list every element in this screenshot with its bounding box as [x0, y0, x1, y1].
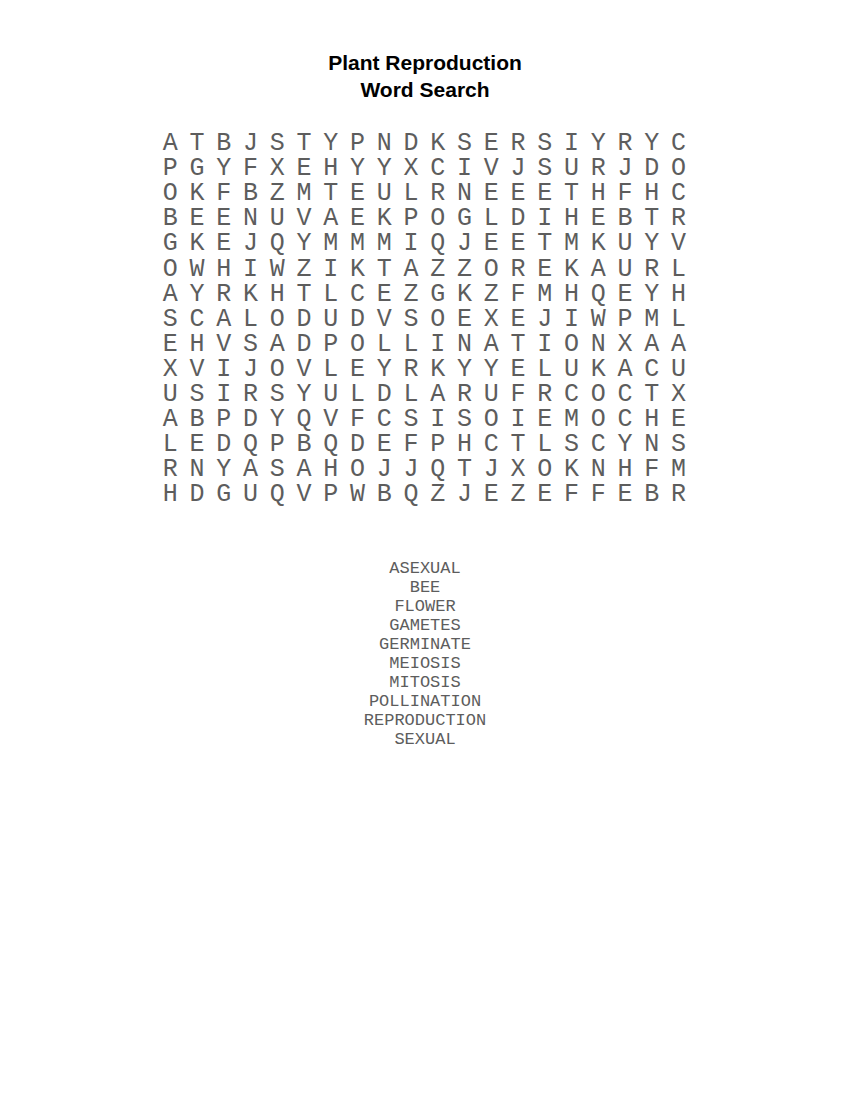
grid-cell[interactable]: X	[478, 307, 505, 332]
grid-cell[interactable]: R	[211, 282, 238, 307]
grid-cell[interactable]: P	[398, 206, 425, 231]
grid-cell[interactable]: U	[558, 357, 585, 382]
grid-cell[interactable]: X	[157, 357, 184, 382]
grid-cell[interactable]: I	[211, 382, 238, 407]
grid-cell[interactable]: O	[478, 256, 505, 281]
grid-cell[interactable]: J	[237, 231, 264, 256]
grid-cell[interactable]: F	[505, 282, 532, 307]
grid-cell[interactable]: F	[585, 482, 612, 507]
grid-cell[interactable]: O	[344, 332, 371, 357]
grid-cell[interactable]: T	[639, 206, 666, 231]
grid-cell[interactable]: R	[157, 457, 184, 482]
grid-cell[interactable]: K	[344, 256, 371, 281]
grid-cell[interactable]: E	[211, 231, 238, 256]
grid-cell[interactable]: E	[451, 307, 478, 332]
grid-cell[interactable]: W	[184, 256, 211, 281]
grid-cell[interactable]: I	[425, 332, 452, 357]
grid-cell[interactable]: V	[371, 307, 398, 332]
grid-cell[interactable]: A	[398, 256, 425, 281]
grid-cell[interactable]: T	[184, 131, 211, 156]
grid-cell[interactable]: W	[264, 256, 291, 281]
grid-cell[interactable]: V	[478, 156, 505, 181]
grid-cell[interactable]: A	[237, 457, 264, 482]
grid-cell[interactable]: Y	[344, 156, 371, 181]
grid-cell[interactable]: Y	[184, 282, 211, 307]
grid-cell[interactable]: L	[318, 357, 345, 382]
grid-cell[interactable]: R	[425, 181, 452, 206]
grid-cell[interactable]: E	[157, 332, 184, 357]
grid-cell[interactable]: S	[264, 131, 291, 156]
grid-cell[interactable]: A	[665, 332, 692, 357]
grid-cell[interactable]: K	[184, 181, 211, 206]
grid-cell[interactable]: R	[505, 256, 532, 281]
grid-cell[interactable]: I	[558, 307, 585, 332]
grid-cell[interactable]: O	[585, 407, 612, 432]
grid-cell[interactable]: L	[665, 307, 692, 332]
grid-cell[interactable]: C	[639, 357, 666, 382]
grid-cell[interactable]: Q	[264, 482, 291, 507]
grid-cell[interactable]: A	[157, 282, 184, 307]
grid-cell[interactable]: N	[585, 457, 612, 482]
grid-cell[interactable]: R	[532, 382, 559, 407]
grid-cell[interactable]: H	[211, 256, 238, 281]
grid-cell[interactable]: Y	[612, 432, 639, 457]
grid-cell[interactable]: X	[665, 382, 692, 407]
grid-cell[interactable]: M	[371, 231, 398, 256]
grid-cell[interactable]: T	[505, 332, 532, 357]
grid-cell[interactable]: K	[558, 457, 585, 482]
grid-cell[interactable]: Y	[639, 131, 666, 156]
grid-cell[interactable]: F	[344, 407, 371, 432]
grid-cell[interactable]: N	[184, 457, 211, 482]
grid-cell[interactable]: D	[371, 382, 398, 407]
grid-cell[interactable]: L	[371, 332, 398, 357]
grid-cell[interactable]: V	[184, 357, 211, 382]
grid-cell[interactable]: E	[211, 206, 238, 231]
grid-cell[interactable]: Y	[291, 231, 318, 256]
grid-cell[interactable]: I	[532, 332, 559, 357]
grid-cell[interactable]: A	[612, 357, 639, 382]
grid-cell[interactable]: U	[558, 156, 585, 181]
grid-cell[interactable]: H	[665, 282, 692, 307]
grid-cell[interactable]: H	[318, 457, 345, 482]
grid-cell[interactable]: P	[157, 156, 184, 181]
grid-cell[interactable]: L	[237, 307, 264, 332]
grid-cell[interactable]: V	[291, 482, 318, 507]
grid-cell[interactable]: D	[211, 432, 238, 457]
grid-cell[interactable]: H	[639, 181, 666, 206]
grid-cell[interactable]: Q	[398, 482, 425, 507]
grid-cell[interactable]: T	[532, 231, 559, 256]
grid-cell[interactable]: H	[558, 206, 585, 231]
grid-cell[interactable]: S	[184, 382, 211, 407]
grid-cell[interactable]: M	[344, 231, 371, 256]
grid-cell[interactable]: F	[237, 156, 264, 181]
grid-cell[interactable]: K	[237, 282, 264, 307]
grid-cell[interactable]: G	[211, 482, 238, 507]
grid-cell[interactable]: B	[157, 206, 184, 231]
grid-cell[interactable]: W	[585, 307, 612, 332]
grid-cell[interactable]: U	[264, 206, 291, 231]
grid-cell[interactable]: S	[398, 307, 425, 332]
grid-cell[interactable]: B	[612, 206, 639, 231]
grid-cell[interactable]: O	[157, 181, 184, 206]
grid-cell[interactable]: K	[451, 282, 478, 307]
grid-cell[interactable]: J	[532, 307, 559, 332]
grid-cell[interactable]: M	[665, 457, 692, 482]
grid-cell[interactable]: L	[478, 206, 505, 231]
grid-cell[interactable]: C	[425, 156, 452, 181]
grid-cell[interactable]: U	[665, 357, 692, 382]
grid-cell[interactable]: N	[451, 332, 478, 357]
grid-cell[interactable]: E	[291, 156, 318, 181]
grid-cell[interactable]: P	[344, 131, 371, 156]
grid-cell[interactable]: U	[157, 382, 184, 407]
grid-cell[interactable]: E	[344, 181, 371, 206]
grid-cell[interactable]: P	[318, 332, 345, 357]
grid-cell[interactable]: Y	[318, 131, 345, 156]
grid-cell[interactable]: Z	[451, 256, 478, 281]
grid-cell[interactable]: M	[318, 231, 345, 256]
grid-cell[interactable]: A	[291, 457, 318, 482]
grid-cell[interactable]: C	[585, 432, 612, 457]
grid-cell[interactable]: K	[184, 231, 211, 256]
grid-cell[interactable]: C	[665, 131, 692, 156]
grid-cell[interactable]: R	[665, 206, 692, 231]
grid-cell[interactable]: D	[184, 482, 211, 507]
grid-cell[interactable]: T	[371, 256, 398, 281]
grid-cell[interactable]: C	[612, 382, 639, 407]
grid-cell[interactable]: B	[639, 482, 666, 507]
grid-cell[interactable]: O	[585, 382, 612, 407]
grid-cell[interactable]: D	[344, 432, 371, 457]
grid-cell[interactable]: O	[425, 307, 452, 332]
grid-cell[interactable]: F	[612, 181, 639, 206]
grid-cell[interactable]: O	[344, 457, 371, 482]
grid-cell[interactable]: Q	[237, 432, 264, 457]
grid-cell[interactable]: Y	[371, 156, 398, 181]
grid-cell[interactable]: E	[184, 432, 211, 457]
grid-cell[interactable]: B	[211, 131, 238, 156]
grid-cell[interactable]: C	[478, 432, 505, 457]
grid-cell[interactable]: Z	[425, 256, 452, 281]
grid-cell[interactable]: H	[558, 282, 585, 307]
grid-cell[interactable]: E	[478, 131, 505, 156]
grid-cell[interactable]: R	[505, 131, 532, 156]
grid-cell[interactable]: U	[612, 256, 639, 281]
grid-cell[interactable]: O	[665, 156, 692, 181]
grid-cell[interactable]: D	[291, 332, 318, 357]
grid-cell[interactable]: L	[532, 432, 559, 457]
grid-cell[interactable]: R	[665, 482, 692, 507]
grid-cell[interactable]: E	[532, 181, 559, 206]
grid-cell[interactable]: J	[237, 131, 264, 156]
grid-cell[interactable]: Y	[585, 131, 612, 156]
grid-cell[interactable]: H	[318, 156, 345, 181]
grid-cell[interactable]: X	[505, 457, 532, 482]
grid-cell[interactable]: E	[665, 407, 692, 432]
grid-cell[interactable]: L	[398, 332, 425, 357]
grid-cell[interactable]: M	[291, 181, 318, 206]
grid-cell[interactable]: E	[371, 282, 398, 307]
grid-cell[interactable]: N	[237, 206, 264, 231]
grid-cell[interactable]: V	[291, 206, 318, 231]
grid-cell[interactable]: Y	[639, 231, 666, 256]
grid-cell[interactable]: Q	[264, 231, 291, 256]
grid-cell[interactable]: O	[425, 206, 452, 231]
grid-cell[interactable]: J	[398, 457, 425, 482]
grid-cell[interactable]: J	[451, 482, 478, 507]
grid-cell[interactable]: Y	[371, 357, 398, 382]
grid-cell[interactable]: H	[451, 432, 478, 457]
grid-cell[interactable]: S	[451, 407, 478, 432]
grid-cell[interactable]: I	[505, 407, 532, 432]
grid-cell[interactable]: H	[157, 482, 184, 507]
grid-cell[interactable]: T	[291, 282, 318, 307]
grid-cell[interactable]: P	[612, 307, 639, 332]
grid-cell[interactable]: E	[505, 231, 532, 256]
grid-cell[interactable]: S	[532, 156, 559, 181]
grid-cell[interactable]: N	[585, 332, 612, 357]
grid-cell[interactable]: D	[291, 307, 318, 332]
grid-cell[interactable]: M	[639, 307, 666, 332]
grid-cell[interactable]: J	[612, 156, 639, 181]
grid-cell[interactable]: T	[639, 382, 666, 407]
grid-cell[interactable]: T	[505, 432, 532, 457]
grid-cell[interactable]: G	[425, 282, 452, 307]
grid-cell[interactable]: V	[291, 357, 318, 382]
grid-cell[interactable]: Q	[585, 282, 612, 307]
grid-cell[interactable]: C	[665, 181, 692, 206]
grid-cell[interactable]: Y	[478, 357, 505, 382]
grid-cell[interactable]: Z	[291, 256, 318, 281]
grid-cell[interactable]: R	[639, 256, 666, 281]
grid-cell[interactable]: N	[451, 181, 478, 206]
grid-cell[interactable]: U	[371, 181, 398, 206]
grid-cell[interactable]: E	[612, 282, 639, 307]
grid-cell[interactable]: Z	[425, 482, 452, 507]
grid-cell[interactable]: V	[211, 332, 238, 357]
grid-cell[interactable]: S	[398, 407, 425, 432]
grid-cell[interactable]: Q	[318, 432, 345, 457]
grid-cell[interactable]: I	[211, 357, 238, 382]
grid-cell[interactable]: X	[612, 332, 639, 357]
grid-cell[interactable]: N	[371, 131, 398, 156]
grid-cell[interactable]: E	[505, 181, 532, 206]
grid-cell[interactable]: E	[505, 307, 532, 332]
grid-cell[interactable]: S	[451, 131, 478, 156]
grid-cell[interactable]: L	[318, 282, 345, 307]
grid-cell[interactable]: T	[558, 181, 585, 206]
grid-cell[interactable]: M	[532, 282, 559, 307]
grid-cell[interactable]: S	[532, 131, 559, 156]
grid-cell[interactable]: I	[398, 231, 425, 256]
grid-cell[interactable]: E	[585, 206, 612, 231]
grid-cell[interactable]: H	[184, 332, 211, 357]
grid-cell[interactable]: E	[612, 482, 639, 507]
grid-cell[interactable]: C	[558, 382, 585, 407]
grid-cell[interactable]: V	[665, 231, 692, 256]
grid-cell[interactable]: K	[371, 206, 398, 231]
grid-cell[interactable]: R	[398, 357, 425, 382]
grid-cell[interactable]: J	[478, 457, 505, 482]
grid-cell[interactable]: I	[318, 256, 345, 281]
grid-cell[interactable]: Y	[639, 282, 666, 307]
grid-cell[interactable]: Z	[478, 282, 505, 307]
grid-cell[interactable]: X	[398, 156, 425, 181]
grid-cell[interactable]: S	[237, 332, 264, 357]
grid-cell[interactable]: C	[344, 282, 371, 307]
grid-cell[interactable]: B	[371, 482, 398, 507]
grid-cell[interactable]: Y	[211, 457, 238, 482]
grid-cell[interactable]: D	[639, 156, 666, 181]
grid-cell[interactable]: Y	[291, 382, 318, 407]
grid-cell[interactable]: S	[264, 457, 291, 482]
grid-cell[interactable]: C	[371, 407, 398, 432]
grid-cell[interactable]: H	[639, 407, 666, 432]
grid-cell[interactable]: I	[558, 131, 585, 156]
grid-cell[interactable]: U	[237, 482, 264, 507]
grid-cell[interactable]: J	[371, 457, 398, 482]
grid-cell[interactable]: Q	[291, 407, 318, 432]
grid-cell[interactable]: U	[612, 231, 639, 256]
grid-cell[interactable]: R	[612, 131, 639, 156]
grid-cell[interactable]: O	[157, 256, 184, 281]
grid-cell[interactable]: N	[639, 432, 666, 457]
grid-cell[interactable]: J	[505, 156, 532, 181]
grid-cell[interactable]: H	[585, 181, 612, 206]
grid-cell[interactable]: E	[532, 256, 559, 281]
grid-cell[interactable]: B	[184, 407, 211, 432]
grid-cell[interactable]: O	[478, 407, 505, 432]
grid-cell[interactable]: I	[451, 156, 478, 181]
grid-cell[interactable]: U	[318, 382, 345, 407]
grid-cell[interactable]: R	[237, 382, 264, 407]
grid-cell[interactable]: K	[585, 357, 612, 382]
grid-cell[interactable]: E	[344, 357, 371, 382]
grid-cell[interactable]: J	[451, 231, 478, 256]
grid-cell[interactable]: O	[532, 457, 559, 482]
grid-cell[interactable]: J	[237, 357, 264, 382]
grid-cell[interactable]: D	[398, 131, 425, 156]
grid-cell[interactable]: F	[211, 181, 238, 206]
grid-cell[interactable]: A	[585, 256, 612, 281]
grid-cell[interactable]: P	[318, 482, 345, 507]
grid-cell[interactable]: I	[237, 256, 264, 281]
grid-cell[interactable]: G	[451, 206, 478, 231]
grid-cell[interactable]: H	[264, 282, 291, 307]
grid-cell[interactable]: L	[344, 382, 371, 407]
grid-cell[interactable]: O	[264, 357, 291, 382]
grid-cell[interactable]: Y	[451, 357, 478, 382]
grid-cell[interactable]: E	[532, 482, 559, 507]
grid-cell[interactable]: L	[157, 432, 184, 457]
grid-cell[interactable]: E	[478, 482, 505, 507]
grid-cell[interactable]: A	[478, 332, 505, 357]
grid-cell[interactable]: G	[184, 156, 211, 181]
grid-cell[interactable]: L	[398, 181, 425, 206]
grid-cell[interactable]: Q	[425, 231, 452, 256]
grid-cell[interactable]: A	[425, 382, 452, 407]
grid-cell[interactable]: P	[264, 432, 291, 457]
grid-cell[interactable]: C	[612, 407, 639, 432]
grid-cell[interactable]: Y	[211, 156, 238, 181]
grid-cell[interactable]: E	[371, 432, 398, 457]
grid-cell[interactable]: O	[558, 332, 585, 357]
grid-cell[interactable]: E	[478, 181, 505, 206]
grid-cell[interactable]: B	[237, 181, 264, 206]
grid-cell[interactable]: R	[585, 156, 612, 181]
grid-cell[interactable]: G	[157, 231, 184, 256]
grid-cell[interactable]: A	[639, 332, 666, 357]
grid-cell[interactable]: I	[425, 407, 452, 432]
grid-cell[interactable]: A	[157, 407, 184, 432]
grid-cell[interactable]: F	[505, 382, 532, 407]
grid-cell[interactable]: D	[344, 307, 371, 332]
grid-cell[interactable]: D	[237, 407, 264, 432]
grid-cell[interactable]: P	[425, 432, 452, 457]
grid-cell[interactable]: V	[318, 407, 345, 432]
grid-cell[interactable]: D	[505, 206, 532, 231]
grid-cell[interactable]: C	[184, 307, 211, 332]
grid-cell[interactable]: S	[665, 432, 692, 457]
grid-cell[interactable]: K	[425, 357, 452, 382]
grid-cell[interactable]: B	[291, 432, 318, 457]
grid-cell[interactable]: M	[558, 407, 585, 432]
grid-cell[interactable]: Y	[264, 407, 291, 432]
grid-cell[interactable]: A	[264, 332, 291, 357]
grid-cell[interactable]: Z	[505, 482, 532, 507]
grid-cell[interactable]: S	[157, 307, 184, 332]
grid-cell[interactable]: E	[344, 206, 371, 231]
grid-cell[interactable]: L	[532, 357, 559, 382]
grid-cell[interactable]: K	[425, 131, 452, 156]
grid-cell[interactable]: K	[585, 231, 612, 256]
grid-cell[interactable]: S	[264, 382, 291, 407]
grid-cell[interactable]: O	[264, 307, 291, 332]
grid-cell[interactable]: Z	[398, 282, 425, 307]
grid-cell[interactable]: F	[558, 482, 585, 507]
grid-cell[interactable]: R	[451, 382, 478, 407]
grid-cell[interactable]: L	[398, 382, 425, 407]
grid-cell[interactable]: L	[665, 256, 692, 281]
grid-cell[interactable]: K	[558, 256, 585, 281]
grid-cell[interactable]: E	[505, 357, 532, 382]
grid-cell[interactable]: I	[532, 206, 559, 231]
grid-cell[interactable]: F	[639, 457, 666, 482]
grid-cell[interactable]: A	[318, 206, 345, 231]
grid-cell[interactable]: T	[291, 131, 318, 156]
grid-cell[interactable]: H	[612, 457, 639, 482]
grid-cell[interactable]: P	[211, 407, 238, 432]
grid-cell[interactable]: W	[344, 482, 371, 507]
grid-cell[interactable]: Z	[264, 181, 291, 206]
grid-cell[interactable]: U	[318, 307, 345, 332]
grid-cell[interactable]: X	[264, 156, 291, 181]
grid-cell[interactable]: E	[184, 206, 211, 231]
grid-cell[interactable]: Q	[425, 457, 452, 482]
grid-cell[interactable]: E	[532, 407, 559, 432]
grid-cell[interactable]: T	[451, 457, 478, 482]
grid-cell[interactable]: F	[398, 432, 425, 457]
grid-cell[interactable]: T	[318, 181, 345, 206]
grid-cell[interactable]: U	[478, 382, 505, 407]
grid-cell[interactable]: M	[558, 231, 585, 256]
grid-cell[interactable]: E	[478, 231, 505, 256]
grid-cell[interactable]: A	[211, 307, 238, 332]
grid-cell[interactable]: A	[157, 131, 184, 156]
grid-cell[interactable]: S	[558, 432, 585, 457]
